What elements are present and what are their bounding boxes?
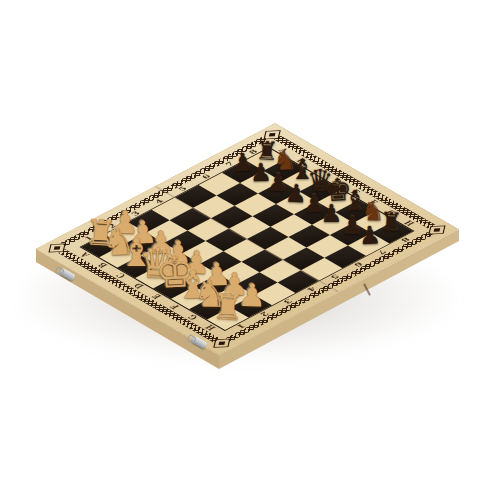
file-label-far-g: G	[384, 209, 397, 216]
file-label-e: E	[151, 293, 164, 300]
file-label-far-c: C	[313, 168, 326, 175]
product-photo-scene: AABBCCDDEEFFGGHH1122334455667788 ♜♞♝♛♚♝♞…	[0, 0, 500, 500]
file-label-far-a: A	[277, 147, 290, 154]
file-label-h: H	[204, 324, 218, 332]
file-label-g: G	[186, 314, 199, 321]
file-label-far-e: E	[349, 189, 362, 196]
file-label-a: A	[79, 251, 92, 258]
file-label-d: D	[132, 282, 145, 289]
file-label-far-h: H	[402, 219, 416, 227]
file-label-c: C	[115, 272, 128, 279]
file-label-far-f: F	[367, 199, 379, 206]
file-label-far-d: D	[330, 178, 343, 185]
file-label-far-b: B	[295, 157, 308, 164]
file-label-b: B	[96, 262, 109, 269]
file-label-f: F	[169, 303, 181, 310]
